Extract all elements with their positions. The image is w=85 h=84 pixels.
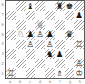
square-g1[interactable] (65, 68, 75, 78)
square-b4[interactable] (16, 40, 26, 50)
square-c8[interactable]: ♝ (26, 1, 36, 11)
square-d3[interactable] (35, 49, 45, 59)
square-h4[interactable]: ♖ (74, 40, 84, 50)
black-pawn-icon[interactable]: ♟ (45, 30, 55, 40)
square-a2[interactable] (6, 59, 16, 69)
file-label-e: e (45, 79, 55, 84)
square-g3[interactable] (65, 49, 75, 59)
file-label-f: f (55, 79, 65, 84)
square-b2[interactable] (16, 59, 26, 69)
square-c1[interactable] (26, 68, 36, 78)
square-d2[interactable] (35, 59, 45, 69)
square-e2[interactable] (45, 59, 55, 69)
square-f6[interactable] (55, 20, 65, 30)
file-label-b: b (15, 79, 25, 84)
square-a8[interactable] (6, 1, 16, 11)
square-f7[interactable] (55, 11, 65, 21)
white-rook-icon[interactable]: ♖ (74, 40, 84, 50)
square-h3[interactable] (74, 49, 84, 59)
square-g2[interactable] (65, 59, 75, 69)
square-f8[interactable]: ♜ (55, 1, 65, 11)
square-a3[interactable] (6, 49, 16, 59)
square-e4[interactable]: ♙ (45, 40, 55, 50)
file-label-g: g (65, 79, 75, 84)
square-f5[interactable] (55, 30, 65, 40)
square-a4[interactable] (6, 40, 16, 50)
black-pawn-icon[interactable]: ♟ (55, 49, 65, 59)
chess-diagram: 87654321 ♝♜♚♟♕♘♟♙♟♛♙♙♖♞♟♙♖♗♔ abcdefgh (0, 0, 85, 84)
square-e6[interactable] (45, 20, 55, 30)
square-c2[interactable] (26, 59, 36, 69)
square-a6[interactable] (6, 20, 16, 30)
white-bishop-icon[interactable]: ♗ (55, 68, 65, 78)
square-e3[interactable]: ♞ (45, 49, 55, 59)
square-a5[interactable] (6, 30, 16, 40)
square-e7[interactable] (45, 11, 55, 21)
square-f4[interactable] (55, 40, 65, 50)
square-g4[interactable] (65, 40, 75, 50)
black-pawn-icon[interactable]: ♟ (74, 11, 84, 21)
square-f3[interactable]: ♟ (55, 49, 65, 59)
square-d6[interactable]: ♕ (35, 20, 45, 30)
square-g5[interactable]: ♛ (65, 30, 75, 40)
square-h1[interactable]: ♔ (74, 68, 84, 78)
black-knight-icon[interactable]: ♞ (45, 49, 55, 59)
white-knight-icon[interactable]: ♘ (16, 30, 26, 40)
square-b1[interactable] (16, 68, 26, 78)
square-c6[interactable] (26, 20, 36, 30)
square-a1[interactable]: ♖ (6, 68, 16, 78)
white-rook-icon[interactable]: ♖ (6, 68, 16, 78)
square-h8[interactable] (74, 1, 84, 11)
file-label-a: a (5, 79, 15, 84)
black-bishop-icon[interactable]: ♝ (26, 1, 36, 11)
square-f2[interactable] (55, 59, 65, 69)
square-e5[interactable]: ♟ (45, 30, 55, 40)
black-queen-icon[interactable]: ♛ (65, 30, 75, 40)
square-h6[interactable] (74, 20, 84, 30)
square-c4[interactable]: ♙ (26, 40, 36, 50)
square-a7[interactable] (6, 11, 16, 21)
square-e8[interactable] (45, 1, 55, 11)
white-pawn-icon[interactable]: ♙ (45, 40, 55, 50)
white-queen-icon[interactable]: ♕ (35, 20, 45, 30)
file-labels: abcdefgh (5, 79, 85, 84)
square-c7[interactable] (26, 11, 36, 21)
square-c5[interactable]: ♟ (26, 30, 36, 40)
white-king-icon[interactable]: ♔ (74, 68, 84, 78)
square-g7[interactable] (65, 11, 75, 21)
square-b7[interactable] (16, 11, 26, 21)
square-g6[interactable] (65, 20, 75, 30)
white-pawn-icon[interactable]: ♙ (35, 30, 45, 40)
square-d8[interactable] (35, 1, 45, 11)
square-e1[interactable] (45, 68, 55, 78)
square-h5[interactable] (74, 30, 84, 40)
black-king-icon[interactable]: ♚ (65, 1, 75, 11)
square-d4[interactable] (35, 40, 45, 50)
square-d7[interactable] (35, 11, 45, 21)
file-label-h: h (75, 79, 85, 84)
chess-board: ♝♜♚♟♕♘♟♙♟♛♙♙♖♞♟♙♖♗♔ (5, 0, 85, 79)
white-pawn-icon[interactable]: ♙ (26, 40, 36, 50)
black-rook-icon[interactable]: ♜ (55, 1, 65, 11)
square-g8[interactable]: ♚ (65, 1, 75, 11)
square-h7[interactable]: ♟ (74, 11, 84, 21)
black-pawn-icon[interactable]: ♟ (26, 30, 36, 40)
file-label-c: c (25, 79, 35, 84)
square-h2[interactable]: ♙ (74, 59, 84, 69)
square-d1[interactable] (35, 68, 45, 78)
square-c3[interactable] (26, 49, 36, 59)
file-label-d: d (35, 79, 45, 84)
square-d5[interactable]: ♙ (35, 30, 45, 40)
square-b3[interactable] (16, 49, 26, 59)
square-f1[interactable]: ♗ (55, 68, 65, 78)
square-b8[interactable] (16, 1, 26, 11)
white-pawn-icon[interactable]: ♙ (74, 59, 84, 69)
square-b5[interactable]: ♘ (16, 30, 26, 40)
